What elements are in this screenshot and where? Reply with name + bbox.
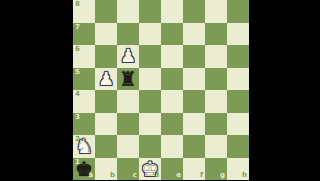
square-a6[interactable]: 6	[73, 45, 95, 68]
square-c6[interactable]: ♟	[117, 45, 139, 68]
square-c5[interactable]: ♜	[117, 68, 139, 91]
white-knight-a2[interactable]: ♞	[73, 135, 95, 158]
square-c7[interactable]	[117, 23, 139, 46]
black-king-a1[interactable]: ♚	[73, 158, 95, 181]
square-g8[interactable]	[205, 0, 227, 23]
square-c1[interactable]: c	[117, 158, 139, 181]
square-g1[interactable]: g	[205, 158, 227, 181]
square-h4[interactable]	[227, 90, 249, 113]
square-g3[interactable]	[205, 113, 227, 136]
white-pawn-b5[interactable]: ♟	[95, 68, 117, 91]
square-f7[interactable]	[183, 23, 205, 46]
square-b3[interactable]	[95, 113, 117, 136]
square-f1[interactable]: f	[183, 158, 205, 181]
square-c3[interactable]	[117, 113, 139, 136]
square-d2[interactable]	[139, 135, 161, 158]
square-d4[interactable]	[139, 90, 161, 113]
white-pawn-c6[interactable]: ♟	[117, 45, 139, 68]
square-f5[interactable]	[183, 68, 205, 91]
rank-label-3: 3	[75, 114, 80, 121]
square-e1[interactable]: e	[161, 158, 183, 181]
square-a2[interactable]: 2♞	[73, 135, 95, 158]
square-g5[interactable]	[205, 68, 227, 91]
square-h1[interactable]: h	[227, 158, 249, 181]
square-d7[interactable]	[139, 23, 161, 46]
square-e2[interactable]	[161, 135, 183, 158]
square-e3[interactable]	[161, 113, 183, 136]
rank-label-4: 4	[75, 91, 80, 98]
square-b4[interactable]	[95, 90, 117, 113]
rank-label-7: 7	[75, 24, 80, 31]
black-rook-c5[interactable]: ♜	[117, 68, 139, 91]
square-a1[interactable]: 1a♚	[73, 158, 95, 181]
square-f6[interactable]	[183, 45, 205, 68]
file-label-f: f	[200, 172, 203, 179]
square-e7[interactable]	[161, 23, 183, 46]
square-b1[interactable]: b	[95, 158, 117, 181]
square-a8[interactable]: 8	[73, 0, 95, 23]
square-f3[interactable]	[183, 113, 205, 136]
square-d1[interactable]: d♚	[139, 158, 161, 181]
square-a5[interactable]: 5	[73, 68, 95, 91]
square-e4[interactable]	[161, 90, 183, 113]
square-g4[interactable]	[205, 90, 227, 113]
file-label-g: g	[220, 172, 225, 179]
chess-board: 876♟5♟♜432♞1a♚bcd♚efgh	[73, 0, 249, 180]
square-h2[interactable]	[227, 135, 249, 158]
square-c2[interactable]	[117, 135, 139, 158]
square-b7[interactable]	[95, 23, 117, 46]
square-h5[interactable]	[227, 68, 249, 91]
square-f2[interactable]	[183, 135, 205, 158]
square-d6[interactable]	[139, 45, 161, 68]
square-b5[interactable]: ♟	[95, 68, 117, 91]
square-e8[interactable]	[161, 0, 183, 23]
square-c4[interactable]	[117, 90, 139, 113]
square-e5[interactable]	[161, 68, 183, 91]
square-h3[interactable]	[227, 113, 249, 136]
rank-label-6: 6	[75, 46, 80, 53]
file-label-c: c	[133, 172, 137, 179]
square-h8[interactable]	[227, 0, 249, 23]
rank-label-5: 5	[75, 69, 80, 76]
square-f4[interactable]	[183, 90, 205, 113]
video-frame: 876♟5♟♜432♞1a♚bcd♚efgh	[0, 0, 320, 180]
square-d3[interactable]	[139, 113, 161, 136]
square-g2[interactable]	[205, 135, 227, 158]
file-label-e: e	[176, 172, 181, 179]
rank-label-8: 8	[75, 1, 80, 8]
square-a4[interactable]: 4	[73, 90, 95, 113]
white-king-d1[interactable]: ♚	[139, 158, 161, 181]
square-h7[interactable]	[227, 23, 249, 46]
square-d5[interactable]	[139, 68, 161, 91]
square-a7[interactable]: 7	[73, 23, 95, 46]
square-e6[interactable]	[161, 45, 183, 68]
square-g6[interactable]	[205, 45, 227, 68]
letterbox-right	[249, 0, 320, 180]
square-h6[interactable]	[227, 45, 249, 68]
square-b6[interactable]	[95, 45, 117, 68]
file-label-b: b	[110, 172, 115, 179]
square-a3[interactable]: 3	[73, 113, 95, 136]
square-b2[interactable]	[95, 135, 117, 158]
square-b8[interactable]	[95, 0, 117, 23]
square-f8[interactable]	[183, 0, 205, 23]
square-c8[interactable]	[117, 0, 139, 23]
letterbox-left	[0, 0, 73, 180]
file-label-h: h	[242, 172, 247, 179]
square-g7[interactable]	[205, 23, 227, 46]
square-d8[interactable]	[139, 0, 161, 23]
